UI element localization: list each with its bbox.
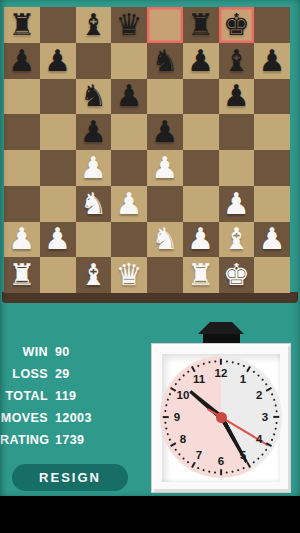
clock-knob-cap-icon	[198, 322, 244, 334]
square-e7[interactable]: ♞	[147, 43, 183, 79]
clock-tick	[187, 370, 190, 373]
piece-white-king: ♚	[223, 260, 250, 290]
square-f2[interactable]: ♟	[183, 222, 219, 258]
clock-number-3: 3	[262, 411, 268, 423]
clock-number-7: 7	[196, 449, 202, 461]
piece-black-pawn: ♟	[187, 46, 214, 76]
clock-tick	[266, 442, 272, 447]
stat-value: 29	[55, 367, 70, 381]
square-c4[interactable]: ♟	[76, 150, 112, 186]
square-g3[interactable]: ♟	[219, 186, 255, 222]
piece-black-knight: ♞	[151, 46, 178, 76]
clock-tick	[174, 383, 177, 386]
clock-tick	[261, 378, 264, 381]
square-a5[interactable]	[4, 114, 40, 150]
square-d2[interactable]	[111, 222, 147, 258]
clock-tick	[243, 467, 245, 469]
square-a4[interactable]	[4, 150, 40, 186]
clock-tick	[214, 472, 216, 474]
clock-tick	[261, 453, 264, 456]
bottom-letterbox	[0, 496, 300, 533]
piece-white-pawn: ♟	[151, 153, 178, 183]
stat-label: RATING	[0, 433, 48, 447]
square-d8[interactable]: ♛	[111, 7, 147, 43]
clock-tick	[178, 453, 181, 456]
square-f6[interactable]	[183, 79, 219, 115]
square-d5[interactable]	[111, 114, 147, 150]
piece-black-pawn: ♟	[116, 81, 143, 111]
clock-tick	[170, 442, 176, 447]
clock-tick	[265, 383, 268, 386]
stat-row-moves: MOVES12003	[0, 407, 92, 429]
clock-tick	[253, 461, 256, 464]
piece-white-pawn: ♟	[44, 224, 71, 254]
square-c6[interactable]: ♞	[76, 79, 112, 115]
stat-value: 119	[55, 389, 76, 403]
piece-black-pawn: ♟	[151, 117, 178, 147]
clock-number-4: 4	[256, 433, 262, 445]
square-b1[interactable]	[40, 257, 76, 293]
clock-tick	[246, 366, 251, 372]
clock-number-2: 2	[256, 389, 262, 401]
clock-tick	[165, 404, 167, 406]
square-f3[interactable]	[183, 186, 219, 222]
piece-white-rook: ♜	[187, 260, 214, 290]
clock-tick	[191, 366, 196, 372]
piece-black-pawn: ♟	[223, 81, 250, 111]
piece-black-pawn: ♟	[8, 46, 35, 76]
piece-white-pawn: ♟	[80, 153, 107, 183]
square-a7[interactable]: ♟	[4, 43, 40, 79]
square-g5[interactable]	[219, 114, 255, 150]
piece-white-pawn: ♟	[187, 224, 214, 254]
square-h1[interactable]	[254, 257, 290, 293]
clock-number-1: 1	[240, 373, 246, 385]
clock-number-6: 6	[218, 455, 224, 467]
piece-white-pawn: ♟	[116, 189, 143, 219]
clock-number-9: 9	[174, 411, 180, 423]
square-h3[interactable]	[254, 186, 290, 222]
resign-button[interactable]: RESIGN	[12, 464, 128, 491]
square-c3[interactable]: ♞	[76, 186, 112, 222]
clock-tick	[197, 365, 199, 367]
square-c7[interactable]	[76, 43, 112, 79]
clock-number-12: 12	[215, 367, 228, 379]
square-b8[interactable]	[40, 7, 76, 43]
stat-value: 90	[55, 345, 70, 359]
piece-black-pawn: ♟	[80, 117, 107, 147]
clock-tick	[237, 363, 239, 365]
square-a3[interactable]	[4, 186, 40, 222]
square-g2[interactable]: ♝	[219, 222, 255, 258]
piece-white-knight: ♞	[151, 224, 178, 254]
square-f1[interactable]: ♜	[183, 257, 219, 293]
piece-black-bishop: ♝	[223, 46, 250, 76]
square-e1[interactable]	[147, 257, 183, 293]
clock-tick	[197, 467, 199, 469]
clock-tick	[208, 361, 210, 363]
clock-tick	[271, 439, 273, 441]
square-f8[interactable]: ♜	[183, 7, 219, 43]
clock-tick	[220, 359, 222, 365]
square-h5[interactable]	[254, 114, 290, 150]
square-b4[interactable]	[40, 150, 76, 186]
clock-tick	[246, 462, 251, 468]
square-g6[interactable]: ♟	[219, 79, 255, 115]
clock-tick	[232, 361, 234, 363]
square-a2[interactable]: ♟	[4, 222, 40, 258]
square-e6[interactable]	[147, 79, 183, 115]
square-f5[interactable]	[183, 114, 219, 150]
clock-tick	[232, 471, 234, 473]
square-d6[interactable]: ♟	[111, 79, 147, 115]
clock-tick	[174, 449, 177, 452]
square-b2[interactable]: ♟	[40, 222, 76, 258]
square-f4[interactable]	[183, 150, 219, 186]
square-b7[interactable]: ♟	[40, 43, 76, 79]
clock-tick	[257, 374, 260, 377]
piece-black-rook: ♜	[8, 10, 35, 40]
clock-tick	[274, 416, 280, 418]
clock-knob-stem	[203, 334, 240, 344]
square-e2[interactable]: ♞	[147, 222, 183, 258]
clock-tick	[253, 370, 256, 373]
clock-number-5: 5	[240, 449, 246, 461]
clock-tick	[220, 470, 222, 476]
square-e5[interactable]: ♟	[147, 114, 183, 150]
stat-row-loss: LOSS29	[0, 363, 92, 385]
square-c8[interactable]: ♝	[76, 7, 112, 43]
square-e8[interactable]	[147, 7, 183, 43]
piece-white-bishop: ♝	[223, 224, 250, 254]
square-d3[interactable]: ♟	[111, 186, 147, 222]
piece-black-king: ♚	[223, 10, 250, 40]
stat-label: TOTAL	[0, 389, 48, 403]
clock-tick	[167, 399, 169, 401]
clock-tick	[178, 378, 181, 381]
square-d1[interactable]: ♛	[111, 257, 147, 293]
piece-white-pawn: ♟	[259, 224, 286, 254]
clock-tick	[273, 433, 275, 435]
clock-tick	[182, 457, 185, 460]
stat-label: WIN	[0, 345, 48, 359]
board-base	[2, 292, 298, 303]
piece-black-knight: ♞	[80, 81, 107, 111]
stat-row-win: WIN90	[0, 341, 92, 363]
square-f7[interactable]: ♟	[183, 43, 219, 79]
stat-row-rating: RATING1739	[0, 429, 92, 451]
piece-white-rook: ♜	[8, 260, 35, 290]
clock-tick	[208, 471, 210, 473]
clock-tick	[237, 469, 239, 471]
square-h2[interactable]: ♟	[254, 222, 290, 258]
clock-tick	[203, 363, 205, 365]
square-e4[interactable]: ♟	[147, 150, 183, 186]
square-e3[interactable]	[147, 186, 183, 222]
clock-tick	[165, 428, 167, 430]
clock-number-8: 8	[180, 433, 186, 445]
square-g1[interactable]: ♚	[219, 257, 255, 293]
square-a6[interactable]	[4, 79, 40, 115]
piece-black-queen: ♛	[116, 10, 143, 40]
clock-tick	[276, 410, 278, 412]
clock-face: 121234567891011	[160, 356, 282, 478]
clock-tick	[182, 374, 185, 377]
clock-tick	[275, 428, 277, 430]
piece-white-bishop: ♝	[80, 260, 107, 290]
chess-clock: 121234567891011	[152, 344, 290, 492]
clock-tick	[163, 416, 169, 418]
clock-tick	[275, 404, 277, 406]
piece-white-pawn: ♟	[8, 224, 35, 254]
piece-white-pawn: ♟	[223, 189, 250, 219]
square-c2[interactable]	[76, 222, 112, 258]
clock-knob	[198, 322, 244, 344]
clock-tick	[164, 422, 166, 424]
piece-black-pawn: ♟	[259, 46, 286, 76]
square-b6[interactable]	[40, 79, 76, 115]
clock-tick	[226, 472, 228, 474]
square-b5[interactable]	[40, 114, 76, 150]
chess-board: ♜♝♛♜♚♟♟♞♟♝♟♞♟♟♟♟♟♟♞♟♟♟♟♞♟♝♟♜♝♛♜♚	[4, 7, 290, 293]
clock-tick	[170, 387, 176, 392]
clock-tick	[169, 393, 171, 395]
square-g8[interactable]: ♚	[219, 7, 255, 43]
stat-row-total: TOTAL119	[0, 385, 92, 407]
clock-tick	[214, 360, 216, 362]
clock-tick	[187, 461, 190, 464]
clock-tick	[257, 457, 260, 460]
piece-black-pawn: ♟	[44, 46, 71, 76]
stats-panel: WIN90LOSS29TOTAL119MOVES12003RATING1739	[0, 341, 92, 451]
square-a1[interactable]: ♜	[4, 257, 40, 293]
square-h6[interactable]	[254, 79, 290, 115]
clock-tick	[167, 433, 169, 435]
clock-tick	[273, 399, 275, 401]
clock-tick	[169, 439, 171, 441]
clock-tick	[164, 410, 166, 412]
square-g4[interactable]	[219, 150, 255, 186]
square-d7[interactable]	[111, 43, 147, 79]
stat-value: 12003	[55, 411, 92, 425]
square-h4[interactable]	[254, 150, 290, 186]
clock-tick	[191, 462, 196, 468]
clock-center-cap	[216, 412, 227, 423]
stat-value: 1739	[55, 433, 84, 447]
clock-number-10: 10	[176, 389, 189, 401]
square-h8[interactable]	[254, 7, 290, 43]
square-a8[interactable]: ♜	[4, 7, 40, 43]
clock-tick	[265, 449, 268, 452]
piece-black-bishop: ♝	[80, 10, 107, 40]
square-g7[interactable]: ♝	[219, 43, 255, 79]
clock-number-11: 11	[193, 373, 205, 385]
clock-tick	[266, 387, 272, 392]
square-d4[interactable]	[111, 150, 147, 186]
square-c1[interactable]: ♝	[76, 257, 112, 293]
square-c5[interactable]: ♟	[76, 114, 112, 150]
square-h7[interactable]: ♟	[254, 43, 290, 79]
clock-tick	[271, 393, 273, 395]
piece-black-rook: ♜	[187, 10, 214, 40]
clock-tick	[243, 365, 245, 367]
clock-tick	[203, 469, 205, 471]
clock-tick	[276, 422, 278, 424]
app-screen: ♜♝♛♜♚♟♟♞♟♝♟♞♟♟♟♟♟♟♞♟♟♟♟♞♟♝♟♜♝♛♜♚ WIN90LO…	[0, 0, 300, 533]
square-b3[interactable]	[40, 186, 76, 222]
piece-white-queen: ♛	[116, 260, 143, 290]
stat-label: MOVES	[0, 411, 48, 425]
stat-label: LOSS	[0, 367, 48, 381]
clock-tick	[226, 360, 228, 362]
piece-white-knight: ♞	[80, 189, 107, 219]
